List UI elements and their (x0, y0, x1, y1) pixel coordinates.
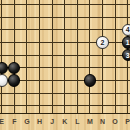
column-label: E (0, 118, 8, 126)
black-stone (0, 62, 8, 74)
column-label: L (71, 118, 83, 126)
column-label: K (59, 118, 71, 126)
column-label: O (109, 118, 121, 126)
column-label: M (84, 118, 96, 126)
move-number: 1 (126, 39, 130, 46)
white-stone: 4 (122, 24, 131, 36)
column-label: H (34, 118, 46, 126)
grid-line-horizontal (0, 93, 130, 94)
white-stone: 2 (96, 36, 108, 48)
black-stone (8, 74, 20, 86)
column-label: J (46, 118, 58, 126)
grid-line-horizontal (0, 105, 130, 106)
black-stone (84, 74, 96, 86)
move-number: 4 (126, 26, 130, 33)
column-label: N (97, 118, 109, 126)
column-label: G (21, 118, 33, 126)
grid-line-horizontal (0, 17, 130, 18)
move-number: 2 (101, 39, 105, 46)
grid-line-horizontal (0, 4, 130, 5)
black-stone (8, 62, 20, 74)
go-board[interactable]: EFGHJKLMNOP2413 (0, 0, 130, 130)
black-stone: 3 (122, 49, 131, 61)
board-cut-edge-line (0, 113, 130, 115)
black-stone: 1 (122, 36, 131, 48)
column-label: F (8, 118, 20, 126)
grid-line-horizontal (0, 55, 130, 56)
move-number: 3 (126, 52, 130, 59)
grid-line-horizontal (0, 29, 130, 30)
grid-line-horizontal (0, 42, 130, 43)
column-label: P (122, 118, 130, 126)
white-stone (0, 74, 8, 86)
